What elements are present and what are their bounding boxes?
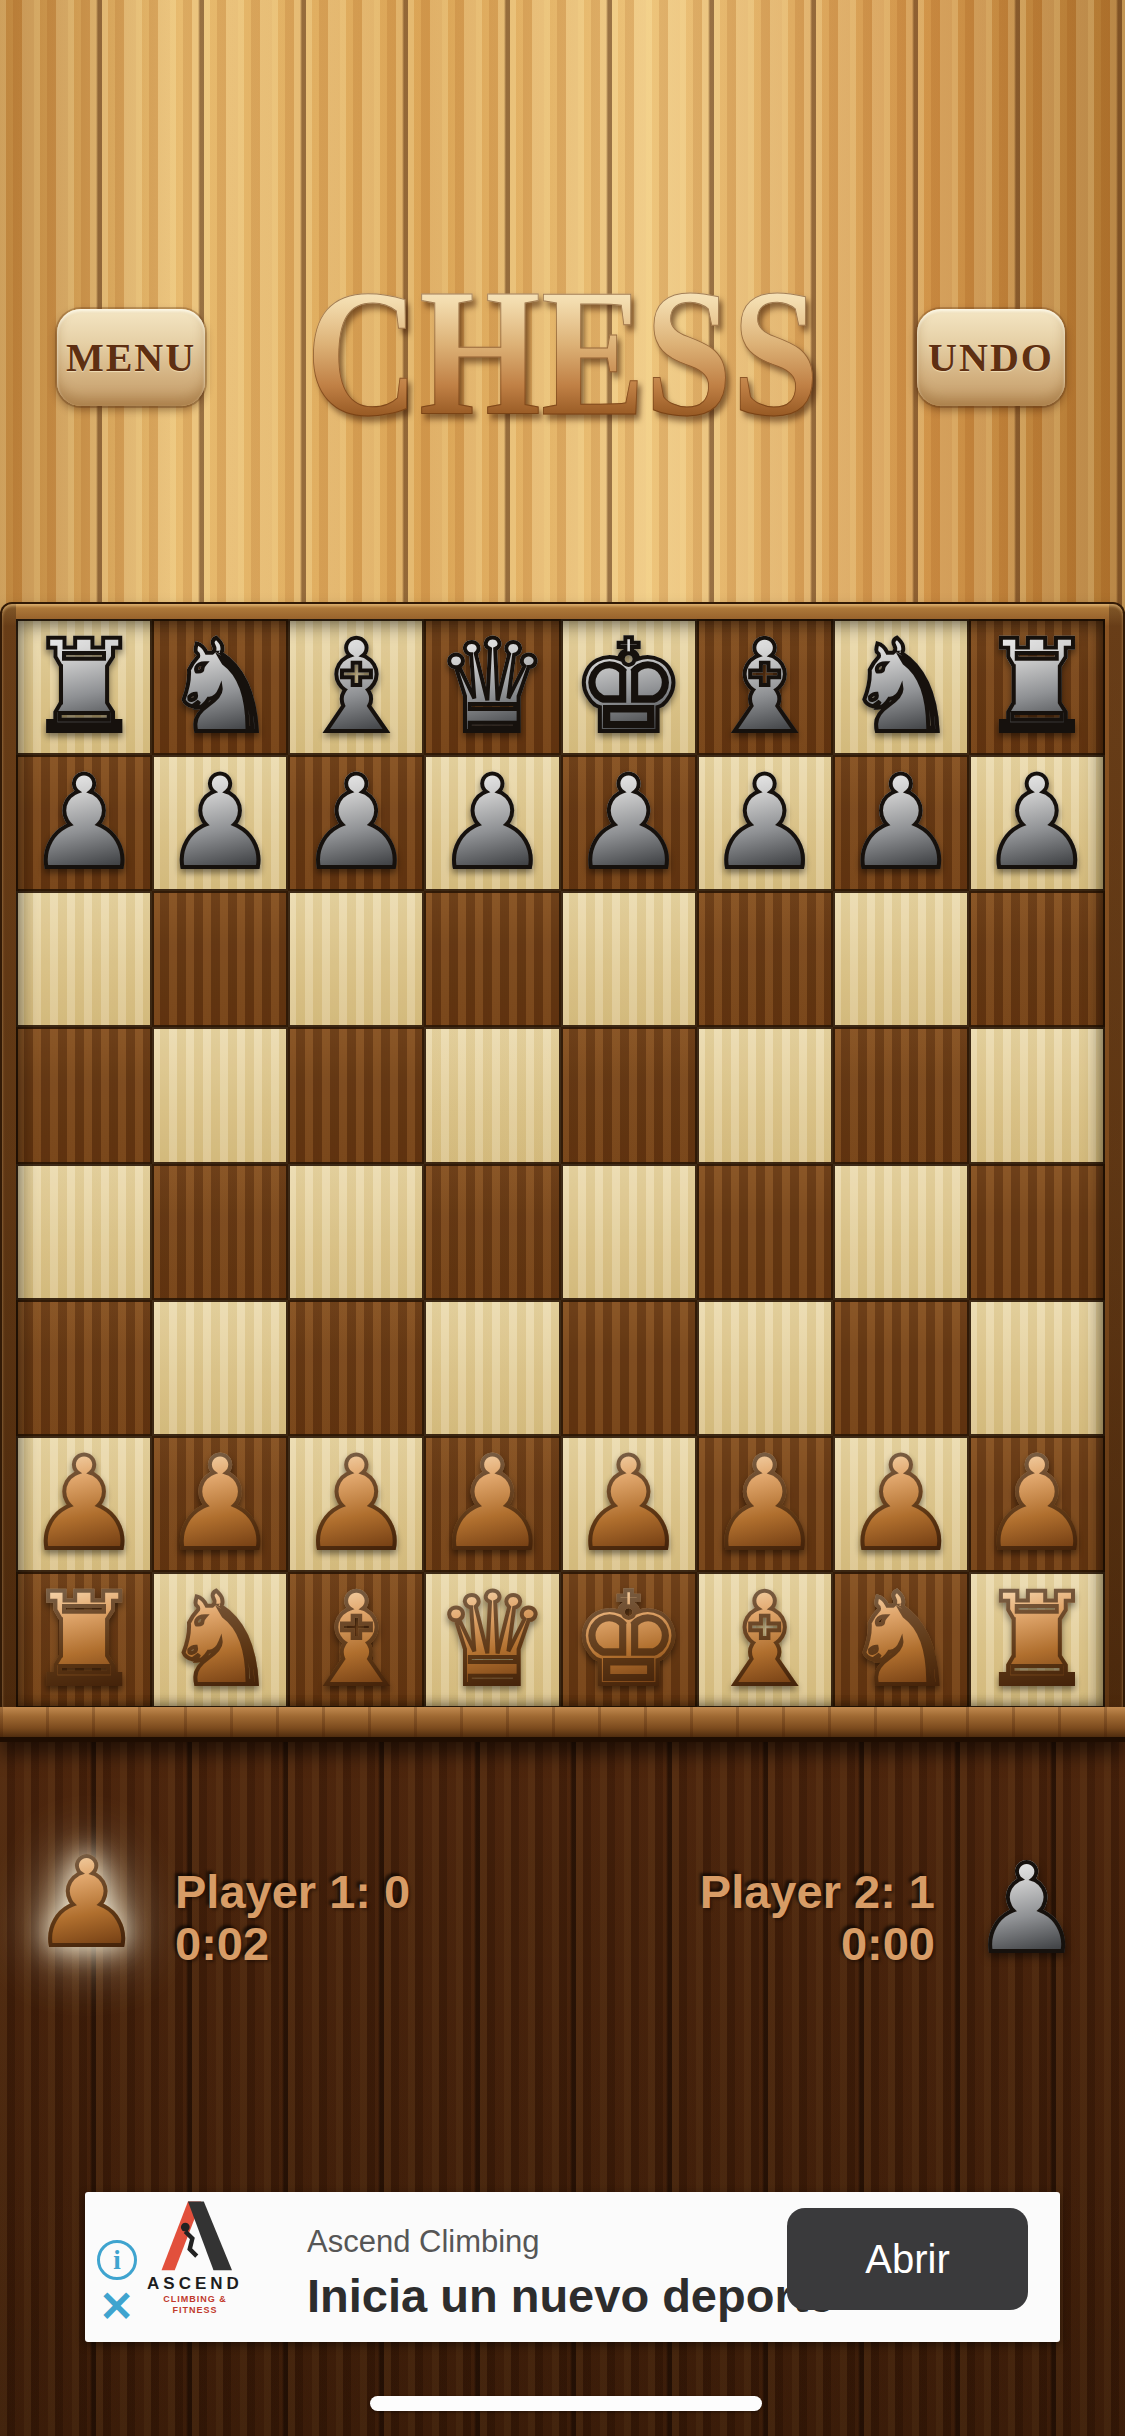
undo-button[interactable]: UNDO <box>917 309 1065 406</box>
white-pawn: ♟ <box>843 1440 958 1568</box>
white-pawn: ♟ <box>435 1440 550 1568</box>
square-d7[interactable]: ♟ <box>424 755 560 891</box>
black-pawn: ♟ <box>435 759 550 887</box>
square-c3[interactable] <box>288 1300 424 1436</box>
white-rook: ♜ <box>27 1576 142 1704</box>
square-e4[interactable] <box>561 1164 697 1300</box>
black-pawn: ♟ <box>843 759 958 887</box>
square-a5[interactable] <box>16 1027 152 1163</box>
square-a1[interactable]: ♜ <box>16 1572 152 1708</box>
player2-pawn-icon: ♟ <box>972 1848 1081 1970</box>
square-h4[interactable] <box>969 1164 1105 1300</box>
square-g8[interactable]: ♞ <box>833 619 969 755</box>
black-pawn: ♟ <box>707 759 822 887</box>
white-knight: ♞ <box>163 1576 278 1704</box>
square-d4[interactable] <box>424 1164 560 1300</box>
player1-score-label: Player 1: 0 <box>175 1865 410 1918</box>
square-h7[interactable]: ♟ <box>969 755 1105 891</box>
square-c8[interactable]: ♝ <box>288 619 424 755</box>
square-a7[interactable]: ♟ <box>16 755 152 891</box>
square-f2[interactable]: ♟ <box>697 1436 833 1572</box>
black-bishop: ♝ <box>299 623 414 751</box>
black-pawn: ♟ <box>163 759 278 887</box>
white-bishop: ♝ <box>299 1576 414 1704</box>
ad-logo-tagline2: FITNESS <box>135 2305 255 2316</box>
ascend-logo-icon <box>149 2198 241 2272</box>
square-c7[interactable]: ♟ <box>288 755 424 891</box>
home-indicator[interactable] <box>370 2396 762 2411</box>
ad-close-icon[interactable]: ✕ <box>99 2286 134 2328</box>
white-king: ♚ <box>571 1576 686 1704</box>
white-queen: ♛ <box>435 1576 550 1704</box>
square-f8[interactable]: ♝ <box>697 619 833 755</box>
ad-banner[interactable]: i ✕ ASCEND CLIMBING & FITNESS Ascend Cli… <box>85 2192 1060 2342</box>
player1-clock: 0:02 <box>175 1918 410 1970</box>
square-a2[interactable]: ♟ <box>16 1436 152 1572</box>
square-e7[interactable]: ♟ <box>561 755 697 891</box>
square-e8[interactable]: ♚ <box>561 619 697 755</box>
black-pawn: ♟ <box>571 759 686 887</box>
square-g3[interactable] <box>833 1300 969 1436</box>
square-f1[interactable]: ♝ <box>697 1572 833 1708</box>
square-g4[interactable] <box>833 1164 969 1300</box>
square-d6[interactable] <box>424 891 560 1027</box>
black-queen: ♛ <box>435 623 550 751</box>
square-d5[interactable] <box>424 1027 560 1163</box>
board-squares: ♜♞♝♛♚♝♞♜♟♟♟♟♟♟♟♟♟♟♟♟♟♟♟♟♜♞♝♛♚♝♞♜ <box>16 619 1105 1708</box>
menu-button[interactable]: MENU <box>57 309 205 406</box>
white-pawn: ♟ <box>27 1440 142 1568</box>
square-f7[interactable]: ♟ <box>697 755 833 891</box>
player1-info: Player 1: 0 0:02 <box>175 1866 410 1970</box>
square-b2[interactable]: ♟ <box>152 1436 288 1572</box>
player2-info: Player 2: 1 0:00 <box>585 1866 935 1970</box>
ad-open-button[interactable]: Abrir <box>787 2208 1028 2310</box>
black-rook: ♜ <box>980 623 1095 751</box>
square-d1[interactable]: ♛ <box>424 1572 560 1708</box>
player2-score-label: Player 2: 1 <box>700 1865 935 1918</box>
square-g7[interactable]: ♟ <box>833 755 969 891</box>
ad-advertiser: Ascend Climbing <box>307 2224 540 2260</box>
chess-board: ♜♞♝♛♚♝♞♜♟♟♟♟♟♟♟♟♟♟♟♟♟♟♟♟♜♞♝♛♚♝♞♜ <box>2 604 1123 1716</box>
square-f5[interactable] <box>697 1027 833 1163</box>
square-h8[interactable]: ♜ <box>969 619 1105 755</box>
white-knight: ♞ <box>843 1576 958 1704</box>
square-h1[interactable]: ♜ <box>969 1572 1105 1708</box>
black-king: ♚ <box>571 623 686 751</box>
square-e1[interactable]: ♚ <box>561 1572 697 1708</box>
square-d3[interactable] <box>424 1300 560 1436</box>
page-title: CHESS <box>79 262 1047 444</box>
square-b7[interactable]: ♟ <box>152 755 288 891</box>
white-pawn: ♟ <box>299 1440 414 1568</box>
square-b3[interactable] <box>152 1300 288 1436</box>
black-pawn: ♟ <box>980 759 1095 887</box>
white-rook: ♜ <box>980 1576 1095 1704</box>
square-e5[interactable] <box>561 1027 697 1163</box>
square-a6[interactable] <box>16 891 152 1027</box>
square-c4[interactable] <box>288 1164 424 1300</box>
square-e6[interactable] <box>561 891 697 1027</box>
black-pawn: ♟ <box>299 759 414 887</box>
square-f3[interactable] <box>697 1300 833 1436</box>
square-b1[interactable]: ♞ <box>152 1572 288 1708</box>
ad-logo-tagline1: CLIMBING & <box>135 2294 255 2305</box>
square-g5[interactable] <box>833 1027 969 1163</box>
ad-logo: ASCEND CLIMBING & FITNESS <box>135 2198 255 2316</box>
square-d2[interactable]: ♟ <box>424 1436 560 1572</box>
black-knight: ♞ <box>163 623 278 751</box>
black-rook: ♜ <box>27 623 142 751</box>
square-b5[interactable] <box>152 1027 288 1163</box>
square-f4[interactable] <box>697 1164 833 1300</box>
square-e2[interactable]: ♟ <box>561 1436 697 1572</box>
square-a8[interactable]: ♜ <box>16 619 152 755</box>
square-b6[interactable] <box>152 891 288 1027</box>
square-a3[interactable] <box>16 1300 152 1436</box>
black-bishop: ♝ <box>707 623 822 751</box>
square-h6[interactable] <box>969 891 1105 1027</box>
square-e3[interactable] <box>561 1300 697 1436</box>
square-c6[interactable] <box>288 891 424 1027</box>
square-h2[interactable]: ♟ <box>969 1436 1105 1572</box>
white-pawn: ♟ <box>707 1440 822 1568</box>
black-knight: ♞ <box>843 623 958 751</box>
square-c1[interactable]: ♝ <box>288 1572 424 1708</box>
square-a4[interactable] <box>16 1164 152 1300</box>
chess-app-screen: CHESS MENU UNDO ♜♞♝♛♚♝♞♜♟♟♟♟♟♟♟♟♟♟♟♟♟♟♟♟… <box>0 0 1125 2436</box>
square-g2[interactable]: ♟ <box>833 1436 969 1572</box>
square-c5[interactable] <box>288 1027 424 1163</box>
square-d8[interactable]: ♛ <box>424 619 560 755</box>
square-h3[interactable] <box>969 1300 1105 1436</box>
square-f6[interactable] <box>697 891 833 1027</box>
white-pawn: ♟ <box>163 1440 278 1568</box>
ad-headline: Inicia un nuevo deporte <box>307 2268 835 2323</box>
square-c2[interactable]: ♟ <box>288 1436 424 1572</box>
square-g1[interactable]: ♞ <box>833 1572 969 1708</box>
player1-pawn-icon: ♟ <box>32 1842 141 1964</box>
player2-clock: 0:00 <box>585 1918 935 1970</box>
white-pawn: ♟ <box>571 1440 686 1568</box>
ad-logo-brand: ASCEND <box>135 2274 255 2294</box>
square-b8[interactable]: ♞ <box>152 619 288 755</box>
ad-info-icon[interactable]: i <box>97 2240 137 2280</box>
white-bishop: ♝ <box>707 1576 822 1704</box>
square-b4[interactable] <box>152 1164 288 1300</box>
board-ledge <box>0 1707 1125 1742</box>
black-pawn: ♟ <box>27 759 142 887</box>
square-g6[interactable] <box>833 891 969 1027</box>
white-pawn: ♟ <box>980 1440 1095 1568</box>
square-h5[interactable] <box>969 1027 1105 1163</box>
